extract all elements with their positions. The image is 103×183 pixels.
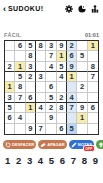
cell-r5c3[interactable] — [26, 82, 36, 92]
cell-r7c4[interactable]: 4 — [36, 103, 46, 113]
cell-r7c6[interactable]: 8 — [57, 103, 67, 113]
cell-r9c6[interactable]: 6 — [57, 124, 67, 134]
cell-r6c4[interactable] — [36, 93, 46, 103]
notes-off-badge: OFF — [83, 145, 95, 152]
cell-r3c1[interactable]: 2 — [5, 62, 15, 72]
cell-r2c1[interactable] — [5, 51, 15, 61]
cell-r9c4[interactable]: 7 — [36, 124, 46, 134]
cell-r8c4[interactable] — [36, 113, 46, 123]
keypad-digit-2[interactable]: 2 — [16, 156, 21, 166]
cell-r2c4[interactable] — [36, 51, 46, 61]
cell-r8c6[interactable] — [57, 113, 67, 123]
cell-r4c8[interactable] — [77, 72, 87, 82]
keypad-digit-1[interactable]: 1 — [5, 156, 10, 166]
hints-button[interactable]: DICAS 1 — [96, 140, 103, 149]
cell-r9c3[interactable]: 9 — [26, 124, 36, 134]
cell-r7c7[interactable]: 7 — [67, 103, 77, 113]
cell-r8c8[interactable]: 1 — [77, 113, 87, 123]
erase-label: APAGAR — [47, 142, 65, 147]
theme-palette-icon[interactable] — [78, 5, 86, 13]
cell-r5c1[interactable]: 1 — [5, 82, 15, 92]
cell-r8c9[interactable] — [88, 113, 98, 123]
cell-r2c7[interactable]: 6 — [67, 51, 77, 61]
undo-button[interactable]: DESFAZER — [3, 140, 36, 149]
cell-r9c1[interactable] — [5, 124, 15, 134]
game-status-bar: FÁCIL 01:01 — [0, 29, 103, 38]
settings-gear-icon[interactable] — [65, 5, 73, 13]
keypad-digit-6[interactable]: 6 — [60, 156, 65, 166]
cell-r1c9[interactable]: 1 — [88, 41, 98, 51]
cell-r2c9[interactable] — [88, 51, 98, 61]
cell-r5c2[interactable]: 8 — [15, 82, 25, 92]
cell-r6c9[interactable] — [88, 93, 98, 103]
cell-r5c5[interactable]: 6 — [46, 82, 56, 92]
erase-button[interactable]: APAGAR — [38, 140, 67, 149]
back-button[interactable]: ‹ SUDOKU! — [3, 5, 43, 13]
cell-r2c2[interactable] — [15, 51, 25, 61]
cell-r3c5[interactable]: 4 — [46, 62, 56, 72]
cell-r3c2[interactable]: 1 — [15, 62, 25, 72]
keypad-digit-5[interactable]: 5 — [49, 156, 54, 166]
undo-label: DESFAZER — [12, 142, 34, 147]
cell-r5c7[interactable] — [67, 82, 77, 92]
bulb-icon — [98, 142, 103, 148]
cell-r4c4[interactable]: 3 — [36, 72, 46, 82]
cell-r1c8[interactable] — [77, 41, 87, 51]
cell-r8c7[interactable] — [67, 113, 77, 123]
cell-r4c2[interactable]: 5 — [15, 72, 25, 82]
undo-icon — [5, 142, 11, 148]
cell-r9c2[interactable] — [15, 124, 25, 134]
cell-r6c8[interactable] — [77, 93, 87, 103]
keypad-digit-9[interactable]: 9 — [93, 156, 98, 166]
cell-r3c7[interactable]: 9 — [67, 62, 77, 72]
cell-r7c3[interactable]: 1 — [26, 103, 36, 113]
cell-r6c1[interactable]: 3 — [5, 93, 15, 103]
cell-r2c6[interactable]: 1 — [57, 51, 67, 61]
keypad-digit-7[interactable]: 7 — [71, 156, 76, 166]
cell-r3c9[interactable]: 8 — [88, 62, 98, 72]
cell-r4c3[interactable]: 2 — [26, 72, 36, 82]
cell-r2c3[interactable]: 8 — [26, 51, 36, 61]
cell-r7c5[interactable]: 2 — [46, 103, 56, 113]
cell-r6c2[interactable]: 7 — [15, 93, 25, 103]
cell-r9c9[interactable] — [88, 124, 98, 134]
cell-r4c5[interactable] — [46, 72, 56, 82]
cell-r8c1[interactable]: 6 — [5, 113, 15, 123]
cell-r6c6[interactable]: 2 — [57, 93, 67, 103]
cell-r1c4[interactable]: 8 — [36, 41, 46, 51]
app-header: ‹ SUDOKU! — [0, 0, 103, 14]
cell-r8c2[interactable]: 4 — [15, 113, 25, 123]
cell-r7c8[interactable]: 9 — [77, 103, 87, 113]
back-chevron-icon: ‹ — [3, 5, 6, 13]
cell-r8c3[interactable] — [26, 113, 36, 123]
eraser-icon — [40, 142, 46, 148]
keypad-digit-4[interactable]: 4 — [38, 156, 43, 166]
sudoku-board: 6583921871652134598523417186237652451428… — [4, 40, 99, 135]
keypad-digit-8[interactable]: 8 — [82, 156, 87, 166]
cell-r3c3[interactable]: 3 — [26, 62, 36, 72]
notes-button[interactable]: NOTAS OFF — [69, 140, 94, 149]
cell-r9c5[interactable] — [46, 124, 56, 134]
cell-r5c6[interactable] — [57, 82, 67, 92]
pencil-icon — [71, 142, 77, 148]
cell-r1c7[interactable]: 2 — [67, 41, 77, 51]
cell-r9c7[interactable]: 5 — [67, 124, 77, 134]
number-keypad: 123456789 — [0, 155, 103, 166]
cell-r5c9[interactable] — [88, 82, 98, 92]
cell-r7c1[interactable]: 5 — [5, 103, 15, 113]
cell-r3c8[interactable] — [77, 62, 87, 72]
cell-r1c3[interactable]: 5 — [26, 41, 36, 51]
cell-r6c5[interactable]: 5 — [46, 93, 56, 103]
cell-r5c4[interactable] — [36, 82, 46, 92]
cell-r2c8[interactable]: 5 — [77, 51, 87, 61]
cell-r4c7[interactable]: 1 — [67, 72, 77, 82]
cell-r2c5[interactable]: 7 — [46, 51, 56, 61]
app-title: SUDOKU! — [8, 5, 43, 12]
timer-value: 01:01 — [85, 32, 99, 38]
cell-r6c3[interactable]: 6 — [26, 93, 36, 103]
cell-r1c5[interactable]: 3 — [46, 41, 56, 51]
cell-r1c6[interactable]: 9 — [57, 41, 67, 51]
cell-r6c7[interactable]: 4 — [67, 93, 77, 103]
cell-r4c6[interactable]: 4 — [57, 72, 67, 82]
cell-r7c9[interactable]: 6 — [88, 103, 98, 113]
sudoku-app-screen: ‹ SUDOKU! — [0, 0, 103, 183]
keypad-digit-3[interactable]: 3 — [27, 156, 32, 166]
cell-r9c8[interactable] — [77, 124, 87, 134]
cell-r4c9[interactable]: 7 — [88, 72, 98, 82]
header-icons — [65, 5, 99, 13]
cell-r3c6[interactable]: 5 — [57, 62, 67, 72]
cell-r1c2[interactable]: 6 — [15, 41, 25, 51]
cell-r1c1[interactable] — [5, 41, 15, 51]
cell-r3c4[interactable] — [36, 62, 46, 72]
cell-r8c5[interactable]: 9 — [46, 113, 56, 123]
toolbar: DESFAZER APAGAR NOTAS OFF — [0, 139, 103, 150]
cell-r5c8[interactable]: 2 — [77, 82, 87, 92]
difficulty-label: FÁCIL — [4, 32, 21, 38]
stats-icon[interactable] — [91, 5, 99, 13]
cell-r7c2[interactable] — [15, 103, 25, 113]
cell-r4c1[interactable] — [5, 72, 15, 82]
